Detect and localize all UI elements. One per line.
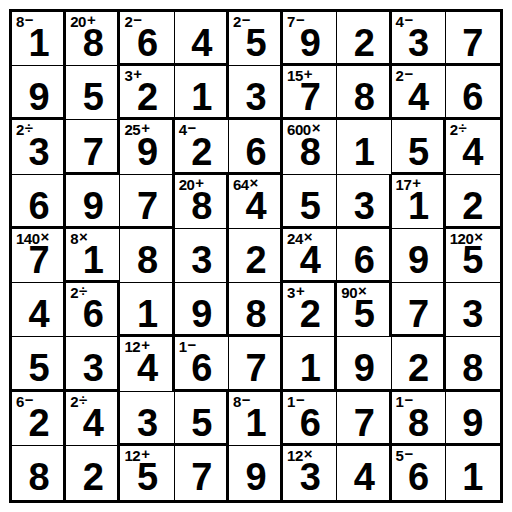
- cell-digit: 6: [83, 295, 104, 333]
- cell-r6c7[interactable]: 90×5: [337, 283, 391, 337]
- cell-digit: 8: [408, 404, 429, 442]
- cell-r8c9[interactable]: 9: [446, 392, 500, 446]
- cell-digit: 9: [137, 133, 158, 171]
- cage-clue-target: 2: [233, 13, 241, 30]
- cell-digit: 3: [245, 78, 266, 116]
- cell-digit: 2: [245, 241, 266, 279]
- cell-digit: 2: [462, 187, 483, 225]
- cell-digit: 7: [83, 133, 104, 171]
- cell-digit: 4: [83, 404, 104, 442]
- cell-r7c6[interactable]: 1: [283, 337, 337, 391]
- cell-digit: 2: [300, 295, 321, 333]
- cage-clue-target: 2: [396, 67, 404, 84]
- cell-r2c4[interactable]: 1: [175, 66, 229, 120]
- cage-clue-target: 1: [179, 338, 187, 355]
- cell-r3c5[interactable]: 6: [229, 120, 283, 174]
- cell-r4c8[interactable]: 17+1: [392, 175, 446, 229]
- cell-r9c1[interactable]: 8: [12, 446, 66, 500]
- cell-digit: 8: [354, 78, 375, 116]
- cell-r3c1[interactable]: 2÷3: [12, 120, 66, 174]
- cell-r1c4[interactable]: 4: [175, 12, 229, 66]
- cell-digit: 4: [354, 458, 375, 496]
- cell-digit: 3: [462, 295, 483, 333]
- cage-clue-target: 8: [16, 13, 24, 30]
- cage-clue-target: 4: [396, 13, 404, 30]
- cell-digit: 3: [408, 24, 429, 62]
- cell-digit: 6: [408, 458, 429, 496]
- cell-digit: 2: [408, 349, 429, 387]
- cell-r6c2[interactable]: 2÷6: [66, 283, 120, 337]
- cage-clue-target: 2: [70, 393, 78, 410]
- cell-digit: 2: [83, 458, 104, 496]
- cell-r1c6[interactable]: 7−9: [283, 12, 337, 66]
- cell-digit: 1: [408, 187, 429, 225]
- cell-digit: 1: [354, 133, 375, 171]
- cell-digit: 8: [29, 458, 50, 496]
- cell-digit: 3: [191, 241, 212, 279]
- cell-digit: 5: [83, 78, 104, 116]
- cell-digit: 8: [83, 24, 104, 62]
- cell-r6c6[interactable]: 3+2: [283, 283, 337, 337]
- cell-r8c7[interactable]: 7: [337, 392, 391, 446]
- cell-r7c3[interactable]: 12+4: [120, 337, 174, 391]
- cell-digit: 5: [191, 404, 212, 442]
- cell-r8c2[interactable]: 2÷4: [66, 392, 120, 446]
- cell-r5c8[interactable]: 9: [392, 229, 446, 283]
- cell-digit: 9: [245, 458, 266, 496]
- cell-r4c4[interactable]: 20+8: [175, 175, 229, 229]
- cell-r6c9[interactable]: 3: [446, 283, 500, 337]
- cell-digit: 6: [245, 133, 266, 171]
- cell-r8c1[interactable]: 6−2: [12, 392, 66, 446]
- cell-r5c2[interactable]: 8×1: [66, 229, 120, 283]
- cell-digit: 9: [408, 241, 429, 279]
- cell-digit: 9: [83, 187, 104, 225]
- cell-r6c1[interactable]: 4: [12, 283, 66, 337]
- cell-r5c7[interactable]: 6: [337, 229, 391, 283]
- cell-r4c5[interactable]: 64×4: [229, 175, 283, 229]
- cell-digit: 4: [137, 349, 158, 387]
- cell-r9c4[interactable]: 7: [175, 446, 229, 500]
- cage-clue-target: 2: [450, 121, 458, 138]
- cell-r2c6[interactable]: 15+7: [283, 66, 337, 120]
- cell-digit: 3: [137, 404, 158, 442]
- cell-digit: 5: [245, 24, 266, 62]
- cell-r9c6[interactable]: 12×3: [283, 446, 337, 500]
- cell-r8c5[interactable]: 8−1: [229, 392, 283, 446]
- cell-r2c7[interactable]: 8: [337, 66, 391, 120]
- cell-digit: 5: [300, 187, 321, 225]
- cell-r4c9[interactable]: 2: [446, 175, 500, 229]
- cell-r4c6[interactable]: 5: [283, 175, 337, 229]
- cage-clue-target: 7: [287, 13, 295, 30]
- cell-r7c8[interactable]: 2: [392, 337, 446, 391]
- cell-r9c3[interactable]: 12+5: [120, 446, 174, 500]
- cell-r3c4[interactable]: 4−2: [175, 120, 229, 174]
- cell-r2c8[interactable]: 2−4: [392, 66, 446, 120]
- cell-digit: 6: [137, 24, 158, 62]
- cell-r1c8[interactable]: 4−3: [392, 12, 446, 66]
- cage-clue-target: 2: [70, 284, 78, 301]
- cell-r4c7[interactable]: 3: [337, 175, 391, 229]
- cell-r1c3[interactable]: 2−6: [120, 12, 174, 66]
- cell-digit: 8: [300, 133, 321, 171]
- cell-digit: 2: [29, 404, 50, 442]
- cell-r7c4[interactable]: 1−6: [175, 337, 229, 391]
- cell-r8c3[interactable]: 3: [120, 392, 174, 446]
- cell-digit: 4: [462, 133, 483, 171]
- cell-r2c5[interactable]: 3: [229, 66, 283, 120]
- cell-digit: 1: [29, 24, 50, 62]
- cell-r9c9[interactable]: 1: [446, 446, 500, 500]
- cell-digit: 5: [29, 349, 50, 387]
- cell-r2c2[interactable]: 5: [66, 66, 120, 120]
- cell-digit: 6: [462, 78, 483, 116]
- cell-digit: 8: [137, 241, 158, 279]
- cage-clue-target: 5: [396, 447, 404, 464]
- cage-clue-target: 1: [287, 393, 295, 410]
- cell-digit: 5: [354, 295, 375, 333]
- cell-r9c2[interactable]: 2: [66, 446, 120, 500]
- cell-r2c3[interactable]: 3+2: [120, 66, 174, 120]
- cell-r6c8[interactable]: 7: [392, 283, 446, 337]
- cell-r7c1[interactable]: 5: [12, 337, 66, 391]
- cell-r8c4[interactable]: 5: [175, 392, 229, 446]
- cell-r6c3[interactable]: 1: [120, 283, 174, 337]
- cage-clue-target: 2: [16, 121, 24, 138]
- cell-r3c9[interactable]: 2÷4: [446, 120, 500, 174]
- cell-digit: 2: [191, 133, 212, 171]
- cell-digit: 6: [191, 349, 212, 387]
- cell-digit: 6: [354, 241, 375, 279]
- cell-r2c1[interactable]: 9: [12, 66, 66, 120]
- cage-clue-target: 6: [16, 393, 24, 410]
- cell-digit: 4: [191, 24, 212, 62]
- cell-r6c4[interactable]: 9: [175, 283, 229, 337]
- cell-r9c5[interactable]: 9: [229, 446, 283, 500]
- cell-digit: 9: [191, 295, 212, 333]
- cell-digit: 7: [137, 187, 158, 225]
- cell-digit: 2: [137, 78, 158, 116]
- cage-clue-target: 1: [396, 393, 404, 410]
- cell-digit: 4: [29, 295, 50, 333]
- cage-clue-target: 4: [179, 121, 187, 138]
- cell-digit: 7: [462, 24, 483, 62]
- cell-r4c1[interactable]: 6: [12, 175, 66, 229]
- cell-r1c9[interactable]: 7: [446, 12, 500, 66]
- cell-r2c9[interactable]: 6: [446, 66, 500, 120]
- cell-digit: 1: [300, 349, 321, 387]
- cell-digit: 5: [137, 458, 158, 496]
- cell-digit: 4: [300, 241, 321, 279]
- cell-r3c6[interactable]: 600×8: [283, 120, 337, 174]
- cell-digit: 1: [462, 458, 483, 496]
- cell-digit: 7: [354, 404, 375, 442]
- cell-digit: 3: [29, 133, 50, 171]
- cell-r7c2[interactable]: 3: [66, 337, 120, 391]
- cell-digit: 6: [29, 187, 50, 225]
- cell-digit: 2: [354, 24, 375, 62]
- cell-r8c8[interactable]: 1−8: [392, 392, 446, 446]
- cell-digit: 9: [300, 24, 321, 62]
- cell-digit: 4: [245, 187, 266, 225]
- cell-digit: 5: [462, 241, 483, 279]
- cell-r3c8[interactable]: 5: [392, 120, 446, 174]
- cell-digit: 7: [408, 295, 429, 333]
- cell-digit: 1: [245, 404, 266, 442]
- cell-digit: 4: [408, 78, 429, 116]
- cell-digit: 7: [245, 349, 266, 387]
- cell-r5c4[interactable]: 3: [175, 229, 229, 283]
- cell-r1c2[interactable]: 20+8: [66, 12, 120, 66]
- cell-digit: 8: [191, 187, 212, 225]
- cell-r5c5[interactable]: 2: [229, 229, 283, 283]
- cell-digit: 1: [191, 78, 212, 116]
- cell-digit: 9: [29, 78, 50, 116]
- cage-clue-target: 8: [233, 393, 241, 410]
- cage-clue-target: 2: [124, 13, 132, 30]
- cell-r5c6[interactable]: 24×4: [283, 229, 337, 283]
- cell-r9c8[interactable]: 5−6: [392, 446, 446, 500]
- cell-r9c7[interactable]: 4: [337, 446, 391, 500]
- cell-r3c2[interactable]: 7: [66, 120, 120, 174]
- cage-clue-target: 8: [70, 230, 78, 247]
- cell-digit: 7: [29, 241, 50, 279]
- cell-r6c5[interactable]: 8: [229, 283, 283, 337]
- cell-digit: 1: [137, 295, 158, 333]
- cell-digit: 3: [300, 458, 321, 496]
- cell-digit: 3: [83, 349, 104, 387]
- cell-r5c9[interactable]: 120×5: [446, 229, 500, 283]
- cage-clue-target: 3: [287, 284, 295, 301]
- kenken-board: 8−120+82−642−57−924−37953+21315+782−462÷…: [9, 9, 503, 503]
- cell-digit: 8: [245, 295, 266, 333]
- cell-digit: 7: [191, 458, 212, 496]
- cell-r4c3[interactable]: 7: [120, 175, 174, 229]
- cell-r8c6[interactable]: 1−6: [283, 392, 337, 446]
- cell-r1c5[interactable]: 2−5: [229, 12, 283, 66]
- cell-digit: 9: [354, 349, 375, 387]
- cell-r4c2[interactable]: 9: [66, 175, 120, 229]
- cell-digit: 6: [300, 404, 321, 442]
- cell-r5c1[interactable]: 140×7: [12, 229, 66, 283]
- cell-digit: 3: [354, 187, 375, 225]
- cell-r7c9[interactable]: 8: [446, 337, 500, 391]
- cell-r3c7[interactable]: 1: [337, 120, 391, 174]
- cell-r3c3[interactable]: 25+9: [120, 120, 174, 174]
- cell-r1c7[interactable]: 2: [337, 12, 391, 66]
- cell-r7c5[interactable]: 7: [229, 337, 283, 391]
- cell-digit: 8: [462, 349, 483, 387]
- cell-digit: 7: [300, 78, 321, 116]
- cell-digit: 5: [408, 133, 429, 171]
- cell-digit: 9: [462, 404, 483, 442]
- cell-digit: 1: [83, 241, 104, 279]
- cell-r7c7[interactable]: 9: [337, 337, 391, 391]
- cage-clue-target: 3: [124, 67, 132, 84]
- cell-r1c1[interactable]: 8−1: [12, 12, 66, 66]
- cell-r5c3[interactable]: 8: [120, 229, 174, 283]
